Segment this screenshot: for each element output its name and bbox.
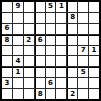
cell-r8c3-empty[interactable] [24,78,34,88]
cell-r6c4-empty[interactable] [35,56,45,66]
cell-r9c5-empty[interactable] [46,89,56,99]
cell-r2c5-empty[interactable] [46,13,56,23]
cell-r7c9-empty[interactable] [89,67,99,77]
cell-r5c3-empty[interactable] [24,46,34,56]
cell-r7c8-given: 5 [78,67,88,77]
cell-r2c6-empty[interactable] [56,13,66,23]
cell-r9c9-empty[interactable] [89,89,99,99]
cell-r2c8-empty[interactable] [78,13,88,23]
cell-r7c2-given: 1 [13,67,23,77]
cell-r1c1-empty[interactable] [2,2,12,12]
cell-r4c1-given: 8 [2,35,12,45]
sudoku-board: 95186826714153682 [0,0,101,101]
cell-r4c2-empty[interactable] [13,35,23,45]
cell-r5c8-given: 7 [78,46,88,56]
cell-r8c9-empty[interactable] [89,78,99,88]
cell-r8c5-given: 6 [46,78,56,88]
cell-r3c4-empty[interactable] [35,24,45,34]
cell-r2c9-empty[interactable] [89,13,99,23]
cell-r6c9-empty[interactable] [89,56,99,66]
cell-r3c3-empty[interactable] [24,24,34,34]
cell-r9c7-given: 2 [67,89,77,99]
cell-r3c8-empty[interactable] [78,24,88,34]
cell-r6c5-empty[interactable] [46,56,56,66]
cell-r1c7-empty[interactable] [67,2,77,12]
cell-r3c7-empty[interactable] [67,24,77,34]
cell-r5c5-empty[interactable] [46,46,56,56]
cell-r1c3-empty[interactable] [24,2,34,12]
cell-r3c9-empty[interactable] [89,24,99,34]
cell-r7c3-empty[interactable] [24,67,34,77]
cell-r4c9-empty[interactable] [89,35,99,45]
cell-r5c7-empty[interactable] [67,46,77,56]
cell-r3c5-empty[interactable] [46,24,56,34]
cell-r8c6-empty[interactable] [56,78,66,88]
cell-r9c4-given: 8 [35,89,45,99]
cell-r4c7-empty[interactable] [67,35,77,45]
cell-r5c2-empty[interactable] [13,46,23,56]
cell-r6c6-empty[interactable] [56,56,66,66]
cell-r6c2-given: 4 [13,56,23,66]
cell-r4c4-given: 6 [35,35,45,45]
cell-r4c6-empty[interactable] [56,35,66,45]
cell-r9c1-empty[interactable] [2,89,12,99]
cell-r7c1-empty[interactable] [2,67,12,77]
cell-r1c8-empty[interactable] [78,2,88,12]
cell-r3c1-given: 6 [2,24,12,34]
cell-r8c7-empty[interactable] [67,78,77,88]
cell-r5c1-empty[interactable] [2,46,12,56]
cell-r2c3-empty[interactable] [24,13,34,23]
cell-r3c2-empty[interactable] [13,24,23,34]
cell-r8c8-empty[interactable] [78,78,88,88]
cell-r8c2-empty[interactable] [13,78,23,88]
cell-r9c2-empty[interactable] [13,89,23,99]
cell-r7c4-empty[interactable] [35,67,45,77]
cell-r1c2-given: 9 [13,2,23,12]
cell-r1c9-empty[interactable] [89,2,99,12]
cell-r6c3-empty[interactable] [24,56,34,66]
cell-r4c3-given: 2 [24,35,34,45]
cell-r9c6-empty[interactable] [56,89,66,99]
cell-r4c5-empty[interactable] [46,35,56,45]
cell-r9c8-empty[interactable] [78,89,88,99]
cell-r3c6-empty[interactable] [56,24,66,34]
cell-r5c6-empty[interactable] [56,46,66,56]
cell-r7c5-empty[interactable] [46,67,56,77]
cell-r2c4-empty[interactable] [35,13,45,23]
cell-r2c2-empty[interactable] [13,13,23,23]
cell-r5c9-given: 1 [89,46,99,56]
cell-r6c1-empty[interactable] [2,56,12,66]
cell-r6c7-empty[interactable] [67,56,77,66]
cell-r8c1-given: 3 [2,78,12,88]
cell-r2c1-empty[interactable] [2,13,12,23]
cell-r7c6-empty[interactable] [56,67,66,77]
cell-r1c5-given: 5 [46,2,56,12]
cell-r4c8-empty[interactable] [78,35,88,45]
cell-r2c7-given: 8 [67,13,77,23]
cell-r7c7-empty[interactable] [67,67,77,77]
cell-r1c6-given: 1 [56,2,66,12]
cell-r1c4-empty[interactable] [35,2,45,12]
cell-r9c3-empty[interactable] [24,89,34,99]
cell-r6c8-empty[interactable] [78,56,88,66]
cell-r5c4-empty[interactable] [35,46,45,56]
cell-r8c4-empty[interactable] [35,78,45,88]
